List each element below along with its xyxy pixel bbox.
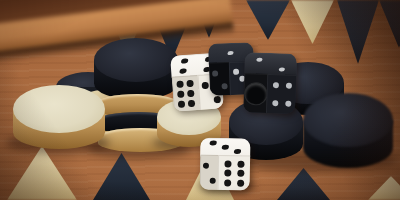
backgammon-scene — [0, 0, 400, 200]
black-die-right-left-face — [243, 73, 269, 114]
black-die-right — [243, 52, 297, 114]
white-die-left-left-face — [172, 75, 201, 112]
white-die-front-left-face — [200, 155, 219, 191]
black-die-left-left-face — [209, 62, 231, 95]
checker-stack-black-top — [94, 38, 178, 82]
white-die-front-right-face — [217, 155, 250, 190]
checker-cream-flat-left — [13, 85, 105, 133]
white-die-front — [200, 138, 251, 191]
black-die-right-right-face — [266, 74, 297, 114]
checker-black-front-right — [303, 93, 393, 147]
